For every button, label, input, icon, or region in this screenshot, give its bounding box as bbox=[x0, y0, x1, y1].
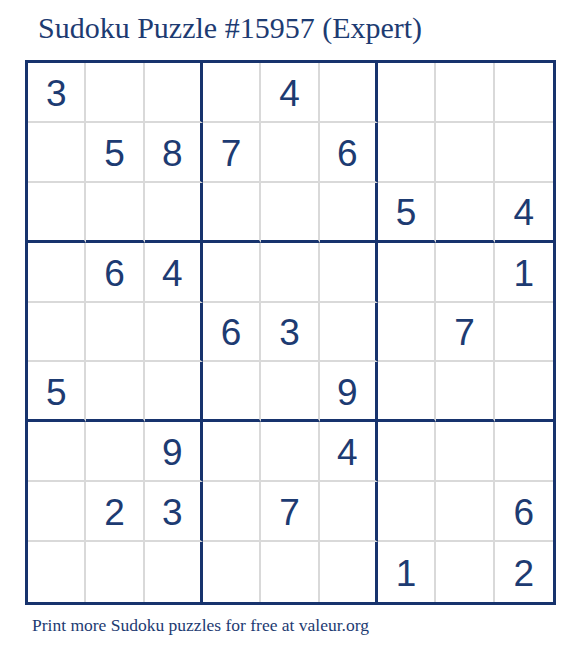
sudoku-cell-r4c4 bbox=[203, 243, 261, 303]
sudoku-cell-r3c9: 4 bbox=[495, 183, 553, 243]
sudoku-cell-r5c9 bbox=[495, 303, 553, 363]
sudoku-cell-r4c6 bbox=[320, 243, 378, 303]
sudoku-cell-r9c9: 2 bbox=[495, 542, 553, 602]
sudoku-cell-r6c8 bbox=[436, 362, 494, 422]
sudoku-cell-r6c7 bbox=[378, 362, 436, 422]
sudoku-cell-r1c2 bbox=[86, 63, 144, 123]
sudoku-cell-r9c3 bbox=[145, 542, 203, 602]
sudoku-cell-r6c6: 9 bbox=[320, 362, 378, 422]
puzzle-title: Sudoku Puzzle #15957 (Expert) bbox=[38, 11, 422, 45]
sudoku-cell-r8c3: 3 bbox=[145, 482, 203, 542]
sudoku-cell-r1c3 bbox=[145, 63, 203, 123]
sudoku-cell-r3c7: 5 bbox=[378, 183, 436, 243]
sudoku-cell-r9c8 bbox=[436, 542, 494, 602]
sudoku-cell-r4c1 bbox=[28, 243, 86, 303]
sudoku-cell-r9c7: 1 bbox=[378, 542, 436, 602]
sudoku-cell-r5c6 bbox=[320, 303, 378, 363]
sudoku-cell-r9c1 bbox=[28, 542, 86, 602]
sudoku-cell-r9c2 bbox=[86, 542, 144, 602]
sudoku-cell-r7c6: 4 bbox=[320, 422, 378, 482]
sudoku-cell-r4c9: 1 bbox=[495, 243, 553, 303]
sudoku-cell-r8c2: 2 bbox=[86, 482, 144, 542]
sudoku-cell-r8c9: 6 bbox=[495, 482, 553, 542]
sudoku-cell-r6c2 bbox=[86, 362, 144, 422]
sudoku-cell-r2c9 bbox=[495, 123, 553, 183]
sudoku-cell-r1c9 bbox=[495, 63, 553, 123]
sudoku-cell-r2c1 bbox=[28, 123, 86, 183]
sudoku-cell-r2c3: 8 bbox=[145, 123, 203, 183]
sudoku-cell-r3c5 bbox=[261, 183, 319, 243]
sudoku-cell-r2c6: 6 bbox=[320, 123, 378, 183]
sudoku-cell-r7c1 bbox=[28, 422, 86, 482]
sudoku-cell-r3c3 bbox=[145, 183, 203, 243]
sudoku-cell-r7c2 bbox=[86, 422, 144, 482]
sudoku-cell-r6c3 bbox=[145, 362, 203, 422]
sudoku-cell-r1c1: 3 bbox=[28, 63, 86, 123]
sudoku-cell-r8c4 bbox=[203, 482, 261, 542]
sudoku-cell-r8c7 bbox=[378, 482, 436, 542]
sudoku-cell-r1c4 bbox=[203, 63, 261, 123]
sudoku-cell-r7c9 bbox=[495, 422, 553, 482]
sudoku-cell-r4c5 bbox=[261, 243, 319, 303]
sudoku-cell-r6c4 bbox=[203, 362, 261, 422]
sudoku-cell-r7c5 bbox=[261, 422, 319, 482]
sudoku-cell-r7c8 bbox=[436, 422, 494, 482]
sudoku-cell-r5c3 bbox=[145, 303, 203, 363]
sudoku-cell-r2c4: 7 bbox=[203, 123, 261, 183]
page: Sudoku Puzzle #15957 (Expert) 3458765464… bbox=[0, 0, 580, 651]
sudoku-cell-r4c2: 6 bbox=[86, 243, 144, 303]
sudoku-cell-r9c5 bbox=[261, 542, 319, 602]
sudoku-cell-r9c4 bbox=[203, 542, 261, 602]
sudoku-cell-r1c5: 4 bbox=[261, 63, 319, 123]
sudoku-cell-r6c1: 5 bbox=[28, 362, 86, 422]
sudoku-cell-r5c4: 6 bbox=[203, 303, 261, 363]
sudoku-cell-r4c8 bbox=[436, 243, 494, 303]
sudoku-cell-r3c6 bbox=[320, 183, 378, 243]
sudoku-cell-r1c8 bbox=[436, 63, 494, 123]
sudoku-cell-r2c2: 5 bbox=[86, 123, 144, 183]
sudoku-cell-r4c3: 4 bbox=[145, 243, 203, 303]
sudoku-cell-r7c7 bbox=[378, 422, 436, 482]
sudoku-cell-r8c1 bbox=[28, 482, 86, 542]
sudoku-cell-r3c1 bbox=[28, 183, 86, 243]
sudoku-cell-r1c7 bbox=[378, 63, 436, 123]
sudoku-cell-r5c2 bbox=[86, 303, 144, 363]
sudoku-cell-r4c7 bbox=[378, 243, 436, 303]
sudoku-cell-r8c5: 7 bbox=[261, 482, 319, 542]
sudoku-cell-r5c1 bbox=[28, 303, 86, 363]
sudoku-cell-r2c8 bbox=[436, 123, 494, 183]
sudoku-cell-r2c7 bbox=[378, 123, 436, 183]
sudoku-cell-r7c4 bbox=[203, 422, 261, 482]
sudoku-cell-r5c7 bbox=[378, 303, 436, 363]
sudoku-cell-r5c8: 7 bbox=[436, 303, 494, 363]
sudoku-cell-r3c2 bbox=[86, 183, 144, 243]
sudoku-cell-r8c6 bbox=[320, 482, 378, 542]
sudoku-cell-r9c6 bbox=[320, 542, 378, 602]
sudoku-cell-r8c8 bbox=[436, 482, 494, 542]
footer-text: Print more Sudoku puzzles for free at va… bbox=[32, 615, 369, 636]
sudoku-cell-r5c5: 3 bbox=[261, 303, 319, 363]
sudoku-cell-r3c8 bbox=[436, 183, 494, 243]
sudoku-cell-r1c6 bbox=[320, 63, 378, 123]
sudoku-cell-r7c3: 9 bbox=[145, 422, 203, 482]
sudoku-cell-r6c5 bbox=[261, 362, 319, 422]
sudoku-board: 345876546416375994237612 bbox=[25, 60, 556, 605]
sudoku-cell-r2c5 bbox=[261, 123, 319, 183]
sudoku-cell-r3c4 bbox=[203, 183, 261, 243]
sudoku-cell-r6c9 bbox=[495, 362, 553, 422]
